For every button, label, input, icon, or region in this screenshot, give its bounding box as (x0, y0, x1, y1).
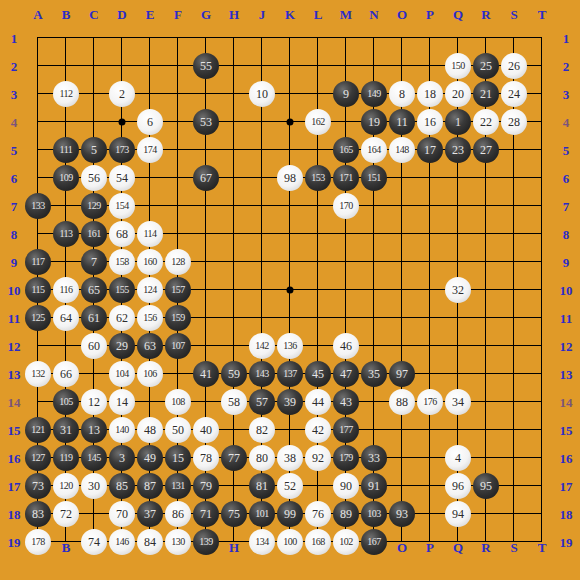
stone-white-18-P3[interactable]: 18 (417, 81, 443, 107)
stone-black-31-B15[interactable]: 31 (53, 417, 79, 443)
stone-white-38-K16[interactable]: 38 (277, 445, 303, 471)
move-number: 39 (284, 396, 296, 408)
stone-white-154-D7[interactable]: 154 (109, 193, 135, 219)
move-number: 111 (60, 145, 73, 155)
move-number: 2 (119, 88, 125, 100)
stone-black-19-N4[interactable]: 19 (361, 109, 387, 135)
move-number: 70 (116, 508, 128, 520)
move-number: 139 (199, 537, 213, 547)
stone-white-98-K6[interactable]: 98 (277, 165, 303, 191)
move-number: 31 (60, 424, 72, 436)
bottom-col-label-T: T (538, 541, 547, 554)
move-number: 178 (31, 537, 45, 547)
move-number: 42 (312, 424, 324, 436)
stone-white-148-O5[interactable]: 148 (389, 137, 415, 163)
stone-white-14-D14[interactable]: 14 (109, 389, 135, 415)
move-number: 59 (228, 368, 240, 380)
stone-black-115-A10[interactable]: 115 (25, 277, 51, 303)
bottom-col-label-R: R (481, 541, 490, 554)
stone-black-91-N17[interactable]: 91 (361, 473, 387, 499)
move-number: 150 (451, 61, 465, 71)
stone-black-155-D10[interactable]: 155 (109, 277, 135, 303)
stone-black-63-E12[interactable]: 63 (137, 333, 163, 359)
move-number: 44 (312, 396, 324, 408)
stone-white-130-F19[interactable]: 130 (165, 529, 191, 555)
stone-black-49-E16[interactable]: 49 (137, 445, 163, 471)
move-number: 160 (143, 257, 157, 267)
stone-white-58-H14[interactable]: 58 (221, 389, 247, 415)
move-number: 133 (31, 201, 45, 211)
stone-white-102-M19[interactable]: 102 (333, 529, 359, 555)
move-number: 78 (200, 452, 212, 464)
stone-black-75-H18[interactable]: 75 (221, 501, 247, 527)
move-number: 168 (311, 537, 325, 547)
move-number: 149 (367, 89, 381, 99)
stone-white-128-F9[interactable]: 128 (165, 249, 191, 275)
stone-white-104-D13[interactable]: 104 (109, 361, 135, 387)
stone-white-40-G15[interactable]: 40 (193, 417, 219, 443)
stone-white-168-L19[interactable]: 168 (305, 529, 331, 555)
top-col-label-J: J (259, 8, 266, 21)
stone-white-16-P4[interactable]: 16 (417, 109, 443, 135)
stone-black-113-B8[interactable]: 113 (53, 221, 79, 247)
move-number: 132 (31, 369, 45, 379)
stone-white-46-M12[interactable]: 46 (333, 333, 359, 359)
stone-white-178-A19[interactable]: 178 (25, 529, 51, 555)
stone-black-177-M15[interactable]: 177 (333, 417, 359, 443)
move-number: 72 (60, 508, 72, 520)
move-number: 94 (452, 508, 464, 520)
move-number: 136 (283, 341, 297, 351)
move-number: 82 (256, 424, 268, 436)
stone-black-93-O18[interactable]: 93 (389, 501, 415, 527)
stone-white-112-B3[interactable]: 112 (53, 81, 79, 107)
move-number: 37 (144, 508, 156, 520)
stone-black-95-R17[interactable]: 95 (473, 473, 499, 499)
stone-black-23-Q5[interactable]: 23 (445, 137, 471, 163)
stone-white-48-E15[interactable]: 48 (137, 417, 163, 443)
stone-black-3-D16[interactable]: 3 (109, 445, 135, 471)
stone-black-71-G18[interactable]: 71 (193, 501, 219, 527)
right-row-label-6: 6 (563, 172, 570, 185)
stone-white-170-M7[interactable]: 170 (333, 193, 359, 219)
top-col-label-O: O (397, 8, 407, 21)
right-row-label-11: 11 (560, 312, 572, 325)
move-number: 73 (32, 480, 44, 492)
star-point-K10 (287, 287, 294, 294)
move-number: 38 (284, 452, 296, 464)
left-row-label-6: 6 (11, 172, 18, 185)
stone-white-64-B11[interactable]: 64 (53, 305, 79, 331)
stone-white-72-B18[interactable]: 72 (53, 501, 79, 527)
stone-black-9-M3[interactable]: 9 (333, 81, 359, 107)
left-row-label-2: 2 (11, 60, 18, 73)
move-number: 146 (115, 537, 129, 547)
move-number: 34 (452, 396, 464, 408)
stone-black-179-M16[interactable]: 179 (333, 445, 359, 471)
move-number: 167 (367, 537, 381, 547)
stone-white-34-Q14[interactable]: 34 (445, 389, 471, 415)
move-number: 155 (115, 285, 129, 295)
move-number: 46 (340, 340, 352, 352)
left-row-label-8: 8 (11, 228, 18, 241)
move-number: 30 (88, 480, 100, 492)
move-number: 100 (283, 537, 297, 547)
move-number: 63 (144, 340, 156, 352)
stone-black-15-F16[interactable]: 15 (165, 445, 191, 471)
left-row-label-1: 1 (11, 32, 18, 45)
move-number: 29 (116, 340, 128, 352)
top-col-label-D: D (117, 8, 126, 21)
stone-white-20-Q3[interactable]: 20 (445, 81, 471, 107)
stone-black-159-F11[interactable]: 159 (165, 305, 191, 331)
move-number: 104 (115, 369, 129, 379)
move-number: 164 (367, 145, 381, 155)
stone-white-90-M17[interactable]: 90 (333, 473, 359, 499)
stone-white-158-D9[interactable]: 158 (109, 249, 135, 275)
move-number: 57 (256, 396, 268, 408)
stone-black-121-A15[interactable]: 121 (25, 417, 51, 443)
stone-white-74-C19[interactable]: 74 (81, 529, 107, 555)
top-col-label-C: C (89, 8, 98, 21)
right-row-label-13: 13 (560, 368, 573, 381)
left-row-label-10: 10 (8, 284, 21, 297)
move-number: 131 (171, 481, 185, 491)
stone-black-81-J17[interactable]: 81 (249, 473, 275, 499)
stone-black-83-A18[interactable]: 83 (25, 501, 51, 527)
stone-black-107-F12[interactable]: 107 (165, 333, 191, 359)
stone-black-65-C10[interactable]: 65 (81, 277, 107, 303)
stone-white-86-F18[interactable]: 86 (165, 501, 191, 527)
stone-black-153-L6[interactable]: 153 (305, 165, 331, 191)
move-number: 137 (283, 369, 297, 379)
stone-white-2-D3[interactable]: 2 (109, 81, 135, 107)
stone-black-149-N3[interactable]: 149 (361, 81, 387, 107)
move-number: 17 (424, 144, 436, 156)
move-number: 41 (200, 368, 212, 380)
move-number: 5 (91, 144, 97, 156)
move-number: 161 (87, 229, 101, 239)
left-row-label-14: 14 (8, 396, 21, 409)
move-number: 134 (255, 537, 269, 547)
stone-white-160-E9[interactable]: 160 (137, 249, 163, 275)
stone-black-57-J14[interactable]: 57 (249, 389, 275, 415)
stone-black-157-F10[interactable]: 157 (165, 277, 191, 303)
move-number: 52 (284, 480, 296, 492)
stone-black-103-N18[interactable]: 103 (361, 501, 387, 527)
stone-black-101-J18[interactable]: 101 (249, 501, 275, 527)
move-number: 97 (396, 368, 408, 380)
stone-black-131-F17[interactable]: 131 (165, 473, 191, 499)
move-number: 80 (256, 452, 268, 464)
stone-black-37-E18[interactable]: 37 (137, 501, 163, 527)
move-number: 105 (59, 397, 73, 407)
move-number: 20 (452, 88, 464, 100)
move-number: 119 (59, 453, 72, 463)
move-number: 62 (116, 312, 128, 324)
stone-white-92-L16[interactable]: 92 (305, 445, 331, 471)
stone-black-11-O4[interactable]: 11 (389, 109, 415, 135)
stone-black-145-C16[interactable]: 145 (81, 445, 107, 471)
stone-black-67-G6[interactable]: 67 (193, 165, 219, 191)
left-row-label-12: 12 (8, 340, 21, 353)
stone-black-87-E17[interactable]: 87 (137, 473, 163, 499)
star-point-K4 (287, 119, 294, 126)
stone-black-29-D12[interactable]: 29 (109, 333, 135, 359)
stone-white-174-E5[interactable]: 174 (137, 137, 163, 163)
stone-white-52-K17[interactable]: 52 (277, 473, 303, 499)
bottom-col-label-H: H (229, 541, 239, 554)
stone-black-55-G2[interactable]: 55 (193, 53, 219, 79)
bottom-col-label-S: S (510, 541, 517, 554)
stone-black-13-C15[interactable]: 13 (81, 417, 107, 443)
move-number: 27 (480, 144, 492, 156)
stone-black-21-R3[interactable]: 21 (473, 81, 499, 107)
move-number: 35 (368, 368, 380, 380)
move-number: 173 (115, 145, 129, 155)
move-number: 103 (367, 509, 381, 519)
right-row-label-15: 15 (560, 424, 573, 437)
move-number: 14 (116, 396, 128, 408)
stone-white-106-E13[interactable]: 106 (137, 361, 163, 387)
move-number: 67 (200, 172, 212, 184)
stone-black-129-C7[interactable]: 129 (81, 193, 107, 219)
stone-white-156-E11[interactable]: 156 (137, 305, 163, 331)
stone-black-27-R5[interactable]: 27 (473, 137, 499, 163)
move-number: 101 (255, 509, 269, 519)
stone-black-117-A9[interactable]: 117 (25, 249, 51, 275)
stone-black-45-L13[interactable]: 45 (305, 361, 331, 387)
stone-white-26-S2[interactable]: 26 (501, 53, 527, 79)
move-number: 116 (59, 285, 72, 295)
stone-black-139-G19[interactable]: 139 (193, 529, 219, 555)
stone-white-164-N5[interactable]: 164 (361, 137, 387, 163)
stone-white-140-D15[interactable]: 140 (109, 417, 135, 443)
move-number: 3 (119, 452, 125, 464)
move-number: 18 (424, 88, 436, 100)
move-number: 148 (395, 145, 409, 155)
left-row-label-17: 17 (8, 480, 21, 493)
move-number: 153 (311, 173, 325, 183)
top-col-label-R: R (481, 8, 490, 21)
stone-black-161-C8[interactable]: 161 (81, 221, 107, 247)
stone-black-35-N13[interactable]: 35 (361, 361, 387, 387)
stone-black-119-B16[interactable]: 119 (53, 445, 79, 471)
stone-white-8-O3[interactable]: 8 (389, 81, 415, 107)
move-number: 83 (32, 508, 44, 520)
bottom-col-label-B: B (62, 541, 71, 554)
top-col-label-F: F (174, 8, 182, 21)
stone-white-60-C12[interactable]: 60 (81, 333, 107, 359)
stone-white-100-K19[interactable]: 100 (277, 529, 303, 555)
move-number: 45 (312, 368, 324, 380)
stone-black-33-N16[interactable]: 33 (361, 445, 387, 471)
move-number: 61 (88, 312, 100, 324)
stone-black-43-M14[interactable]: 43 (333, 389, 359, 415)
stone-white-108-F14[interactable]: 108 (165, 389, 191, 415)
left-row-label-9: 9 (11, 256, 18, 269)
stone-white-54-D6[interactable]: 54 (109, 165, 135, 191)
stone-white-142-J12[interactable]: 142 (249, 333, 275, 359)
move-number: 156 (143, 313, 157, 323)
move-number: 48 (144, 424, 156, 436)
stone-black-53-G4[interactable]: 53 (193, 109, 219, 135)
stone-white-82-J15[interactable]: 82 (249, 417, 275, 443)
move-number: 90 (340, 480, 352, 492)
stone-black-109-B6[interactable]: 109 (53, 165, 79, 191)
stone-black-79-G17[interactable]: 79 (193, 473, 219, 499)
stone-white-28-S4[interactable]: 28 (501, 109, 527, 135)
stone-black-85-D17[interactable]: 85 (109, 473, 135, 499)
stone-white-120-B17[interactable]: 120 (53, 473, 79, 499)
move-number: 102 (339, 537, 353, 547)
stone-black-171-M6[interactable]: 171 (333, 165, 359, 191)
stone-white-150-Q2[interactable]: 150 (445, 53, 471, 79)
top-col-label-T: T (538, 8, 547, 21)
stone-black-143-J13[interactable]: 143 (249, 361, 275, 387)
stone-white-42-L15[interactable]: 42 (305, 417, 331, 443)
left-row-label-4: 4 (11, 116, 18, 129)
move-number: 151 (367, 173, 381, 183)
stone-white-162-L4[interactable]: 162 (305, 109, 331, 135)
stone-white-88-O14[interactable]: 88 (389, 389, 415, 415)
move-number: 106 (143, 369, 157, 379)
stone-black-165-M5[interactable]: 165 (333, 137, 359, 163)
move-number: 89 (340, 508, 352, 520)
move-number: 25 (480, 60, 492, 72)
stone-black-17-P5[interactable]: 17 (417, 137, 443, 163)
stone-white-114-E8[interactable]: 114 (137, 221, 163, 247)
stone-black-105-B14[interactable]: 105 (53, 389, 79, 415)
move-number: 81 (256, 480, 268, 492)
stone-white-68-D8[interactable]: 68 (109, 221, 135, 247)
move-number: 55 (200, 60, 212, 72)
stone-white-124-E10[interactable]: 124 (137, 277, 163, 303)
move-number: 50 (172, 424, 184, 436)
move-number: 15 (172, 452, 184, 464)
stone-black-39-K14[interactable]: 39 (277, 389, 303, 415)
stone-white-132-A13[interactable]: 132 (25, 361, 51, 387)
stone-white-10-J3[interactable]: 10 (249, 81, 275, 107)
stone-white-32-Q10[interactable]: 32 (445, 277, 471, 303)
move-number: 93 (396, 508, 408, 520)
right-row-label-16: 16 (560, 452, 573, 465)
move-number: 159 (171, 313, 185, 323)
move-number: 21 (480, 88, 492, 100)
stone-white-136-K12[interactable]: 136 (277, 333, 303, 359)
stone-white-78-G16[interactable]: 78 (193, 445, 219, 471)
move-number: 179 (339, 453, 353, 463)
stone-black-41-G13[interactable]: 41 (193, 361, 219, 387)
move-number: 112 (59, 89, 72, 99)
stone-black-77-H16[interactable]: 77 (221, 445, 247, 471)
stone-black-99-K18[interactable]: 99 (277, 501, 303, 527)
move-number: 143 (255, 369, 269, 379)
stone-black-127-A16[interactable]: 127 (25, 445, 51, 471)
move-number: 96 (452, 480, 464, 492)
move-number: 24 (508, 88, 520, 100)
stone-white-134-J19[interactable]: 134 (249, 529, 275, 555)
stone-black-1-Q4[interactable]: 1 (445, 109, 471, 135)
move-number: 121 (31, 425, 45, 435)
stone-black-89-M18[interactable]: 89 (333, 501, 359, 527)
stone-white-116-B10[interactable]: 116 (53, 277, 79, 303)
stone-white-66-B13[interactable]: 66 (53, 361, 79, 387)
move-number: 43 (340, 396, 352, 408)
stone-white-96-Q17[interactable]: 96 (445, 473, 471, 499)
stone-white-70-D18[interactable]: 70 (109, 501, 135, 527)
stone-white-84-E19[interactable]: 84 (137, 529, 163, 555)
top-col-label-Q: Q (453, 8, 463, 21)
stone-black-5-C5[interactable]: 5 (81, 137, 107, 163)
stone-white-44-L14[interactable]: 44 (305, 389, 331, 415)
stone-white-94-Q18[interactable]: 94 (445, 501, 471, 527)
go-board: AABBCCDDEEFFGGHHJJKKLLMMNNOOPPQQRRSSTT11… (0, 0, 580, 580)
stone-black-59-H13[interactable]: 59 (221, 361, 247, 387)
stone-white-6-E4[interactable]: 6 (137, 109, 163, 135)
top-col-label-P: P (426, 8, 434, 21)
stone-black-133-A7[interactable]: 133 (25, 193, 51, 219)
stone-black-151-N6[interactable]: 151 (361, 165, 387, 191)
left-row-label-16: 16 (8, 452, 21, 465)
stone-white-62-D11[interactable]: 62 (109, 305, 135, 331)
left-row-label-11: 11 (8, 312, 20, 325)
move-number: 54 (116, 172, 128, 184)
move-number: 49 (144, 452, 156, 464)
move-number: 23 (452, 144, 464, 156)
stone-black-111-B5[interactable]: 111 (53, 137, 79, 163)
move-number: 158 (115, 257, 129, 267)
left-row-label-3: 3 (11, 88, 18, 101)
stone-white-12-C14[interactable]: 12 (81, 389, 107, 415)
stone-black-173-D5[interactable]: 173 (109, 137, 135, 163)
right-row-label-7: 7 (563, 200, 570, 213)
stone-white-56-C6[interactable]: 56 (81, 165, 107, 191)
move-number: 4 (455, 452, 461, 464)
stone-black-61-C11[interactable]: 61 (81, 305, 107, 331)
stone-black-137-K13[interactable]: 137 (277, 361, 303, 387)
stone-black-125-A11[interactable]: 125 (25, 305, 51, 331)
move-number: 77 (228, 452, 240, 464)
right-row-label-8: 8 (563, 228, 570, 241)
stone-white-176-P14[interactable]: 176 (417, 389, 443, 415)
move-number: 9 (343, 88, 349, 100)
stone-black-7-C9[interactable]: 7 (81, 249, 107, 275)
stone-white-76-L18[interactable]: 76 (305, 501, 331, 527)
stone-white-24-S3[interactable]: 24 (501, 81, 527, 107)
stone-white-30-C17[interactable]: 30 (81, 473, 107, 499)
stone-white-22-R4[interactable]: 22 (473, 109, 499, 135)
stone-black-167-N19[interactable]: 167 (361, 529, 387, 555)
stone-white-80-J16[interactable]: 80 (249, 445, 275, 471)
move-number: 154 (115, 201, 129, 211)
stone-black-47-M13[interactable]: 47 (333, 361, 359, 387)
move-number: 177 (339, 425, 353, 435)
bottom-col-label-P: P (426, 541, 434, 554)
stone-white-50-F15[interactable]: 50 (165, 417, 191, 443)
stone-black-25-R2[interactable]: 25 (473, 53, 499, 79)
stone-white-4-Q16[interactable]: 4 (445, 445, 471, 471)
move-number: 40 (200, 424, 212, 436)
right-row-label-14: 14 (560, 396, 573, 409)
stone-white-146-D19[interactable]: 146 (109, 529, 135, 555)
move-number: 26 (508, 60, 520, 72)
move-number: 74 (88, 536, 100, 548)
stone-black-73-A17[interactable]: 73 (25, 473, 51, 499)
stone-black-97-O13[interactable]: 97 (389, 361, 415, 387)
move-number: 88 (396, 396, 408, 408)
move-number: 87 (144, 480, 156, 492)
